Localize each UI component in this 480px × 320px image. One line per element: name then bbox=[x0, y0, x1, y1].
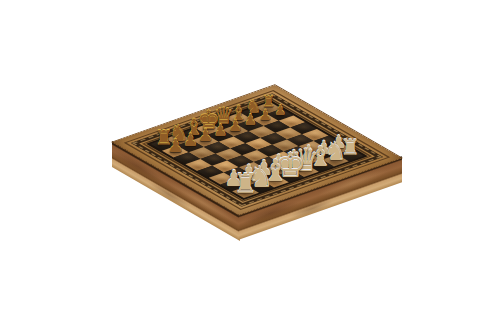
piece-white-rook-h1[interactable]: ♜ bbox=[233, 170, 257, 197]
piece-black-pawn-f7[interactable]: ♟ bbox=[198, 127, 213, 144]
piece-black-pawn-h7[interactable]: ♟ bbox=[167, 137, 183, 155]
piece-black-pawn-e7[interactable]: ♟ bbox=[213, 122, 228, 138]
piece-black-pawn-d7[interactable]: ♟ bbox=[228, 118, 242, 134]
piece-black-pawn-c7[interactable]: ♟ bbox=[243, 113, 257, 128]
chess-set-photo: ♜♞♝♛♚♝♞♜♟♟♟♟♟♟♟♟♟♟♟♟♟♟♟♟♜♞♝♛♚♝♞♜ bbox=[0, 0, 480, 320]
piece-black-pawn-a7[interactable]: ♟ bbox=[274, 103, 286, 117]
piece-black-pawn-g7[interactable]: ♟ bbox=[182, 132, 198, 150]
piece-black-pawn-b7[interactable]: ♟ bbox=[259, 108, 272, 123]
